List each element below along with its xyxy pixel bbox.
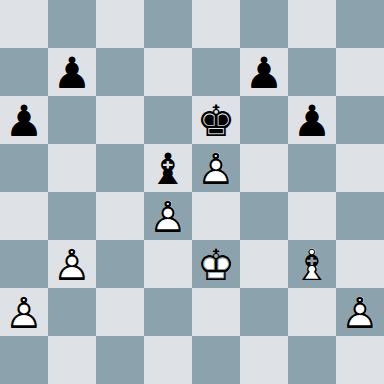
square-d7[interactable] — [144, 48, 192, 96]
white-pawn[interactable]: ♟♙ — [336, 288, 384, 336]
square-d4[interactable]: ♟♙ — [144, 192, 192, 240]
square-h8[interactable] — [336, 0, 384, 48]
square-c6[interactable] — [96, 96, 144, 144]
black-pawn-glyph: ♟ — [48, 48, 96, 96]
square-a3[interactable] — [0, 240, 48, 288]
black-bishop[interactable]: ♝ — [144, 144, 192, 192]
square-d2[interactable] — [144, 288, 192, 336]
square-d3[interactable] — [144, 240, 192, 288]
square-h5[interactable] — [336, 144, 384, 192]
white-king[interactable]: ♚♔ — [192, 240, 240, 288]
white-pawn[interactable]: ♟♙ — [48, 240, 96, 288]
square-g4[interactable] — [288, 192, 336, 240]
square-g5[interactable] — [288, 144, 336, 192]
chess-board: ♟♟♟♚♟♝♟♙♟♙♟♙♚♔♝♗♟♙♟♙ — [0, 0, 384, 384]
square-f4[interactable] — [240, 192, 288, 240]
square-a7[interactable] — [0, 48, 48, 96]
square-c4[interactable] — [96, 192, 144, 240]
white-pawn-outline: ♙ — [192, 144, 240, 192]
square-e3[interactable]: ♚♔ — [192, 240, 240, 288]
square-f5[interactable] — [240, 144, 288, 192]
square-a2[interactable]: ♟♙ — [0, 288, 48, 336]
square-f8[interactable] — [240, 0, 288, 48]
white-pawn[interactable]: ♟♙ — [192, 144, 240, 192]
square-a6[interactable]: ♟ — [0, 96, 48, 144]
white-pawn-outline: ♙ — [336, 288, 384, 336]
black-pawn[interactable]: ♟ — [288, 96, 336, 144]
square-b8[interactable] — [48, 0, 96, 48]
white-bishop[interactable]: ♝♗ — [288, 240, 336, 288]
square-h6[interactable] — [336, 96, 384, 144]
square-g7[interactable] — [288, 48, 336, 96]
square-h3[interactable] — [336, 240, 384, 288]
white-king-outline: ♔ — [192, 240, 240, 288]
white-pawn-outline: ♙ — [144, 192, 192, 240]
square-f2[interactable] — [240, 288, 288, 336]
square-f1[interactable] — [240, 336, 288, 384]
square-a4[interactable] — [0, 192, 48, 240]
white-pawn-outline: ♙ — [0, 288, 48, 336]
square-d6[interactable] — [144, 96, 192, 144]
square-b1[interactable] — [48, 336, 96, 384]
square-c5[interactable] — [96, 144, 144, 192]
white-pawn[interactable]: ♟♙ — [144, 192, 192, 240]
square-e6[interactable]: ♚ — [192, 96, 240, 144]
square-b7[interactable]: ♟ — [48, 48, 96, 96]
square-g8[interactable] — [288, 0, 336, 48]
black-pawn[interactable]: ♟ — [0, 96, 48, 144]
black-bishop-glyph: ♝ — [144, 144, 192, 192]
square-c2[interactable] — [96, 288, 144, 336]
square-h2[interactable]: ♟♙ — [336, 288, 384, 336]
square-g6[interactable]: ♟ — [288, 96, 336, 144]
square-f6[interactable] — [240, 96, 288, 144]
square-h1[interactable] — [336, 336, 384, 384]
black-pawn[interactable]: ♟ — [48, 48, 96, 96]
square-h7[interactable] — [336, 48, 384, 96]
square-d8[interactable] — [144, 0, 192, 48]
white-pawn[interactable]: ♟♙ — [0, 288, 48, 336]
white-pawn-outline: ♙ — [48, 240, 96, 288]
square-c7[interactable] — [96, 48, 144, 96]
square-d5[interactable]: ♝ — [144, 144, 192, 192]
square-c3[interactable] — [96, 240, 144, 288]
black-pawn[interactable]: ♟ — [240, 48, 288, 96]
square-b2[interactable] — [48, 288, 96, 336]
square-e5[interactable]: ♟♙ — [192, 144, 240, 192]
square-e1[interactable] — [192, 336, 240, 384]
square-a1[interactable] — [0, 336, 48, 384]
black-pawn-glyph: ♟ — [240, 48, 288, 96]
black-pawn-glyph: ♟ — [288, 96, 336, 144]
black-pawn-glyph: ♟ — [0, 96, 48, 144]
square-g2[interactable] — [288, 288, 336, 336]
square-f3[interactable] — [240, 240, 288, 288]
square-c1[interactable] — [96, 336, 144, 384]
square-a8[interactable] — [0, 0, 48, 48]
square-g1[interactable] — [288, 336, 336, 384]
square-b3[interactable]: ♟♙ — [48, 240, 96, 288]
square-g3[interactable]: ♝♗ — [288, 240, 336, 288]
square-b4[interactable] — [48, 192, 96, 240]
white-bishop-outline: ♗ — [288, 240, 336, 288]
square-a5[interactable] — [0, 144, 48, 192]
square-b5[interactable] — [48, 144, 96, 192]
square-d1[interactable] — [144, 336, 192, 384]
black-king-glyph: ♚ — [192, 96, 240, 144]
square-e7[interactable] — [192, 48, 240, 96]
square-e2[interactable] — [192, 288, 240, 336]
black-king[interactable]: ♚ — [192, 96, 240, 144]
square-h4[interactable] — [336, 192, 384, 240]
square-c8[interactable] — [96, 0, 144, 48]
square-b6[interactable] — [48, 96, 96, 144]
square-e8[interactable] — [192, 0, 240, 48]
square-e4[interactable] — [192, 192, 240, 240]
square-f7[interactable]: ♟ — [240, 48, 288, 96]
